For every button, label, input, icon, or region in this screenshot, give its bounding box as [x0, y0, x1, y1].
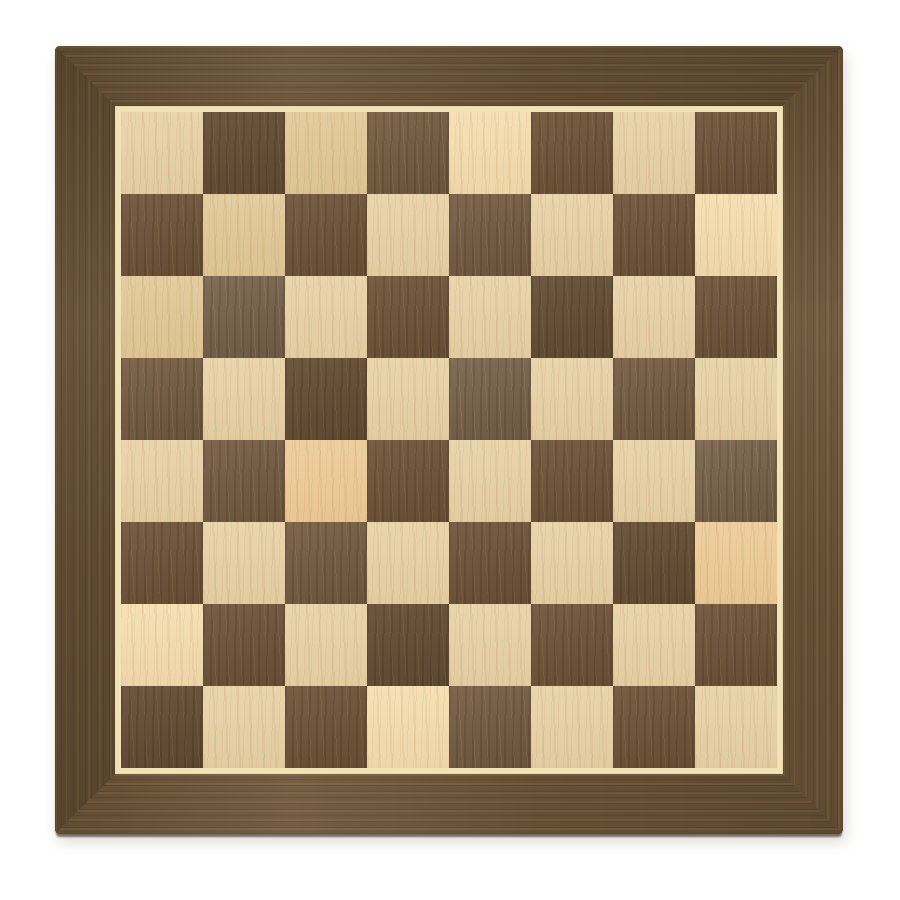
board-grid	[121, 112, 777, 768]
square-g7[interactable]	[613, 194, 695, 276]
square-g2[interactable]	[613, 604, 695, 686]
square-e6[interactable]	[449, 276, 531, 358]
square-d3[interactable]	[367, 522, 449, 604]
square-f7[interactable]	[531, 194, 613, 276]
square-a3[interactable]	[121, 522, 203, 604]
board-frame-top	[55, 46, 843, 106]
square-b2[interactable]	[203, 604, 285, 686]
square-c5[interactable]	[285, 358, 367, 440]
square-d4[interactable]	[367, 440, 449, 522]
board-frame-left	[55, 46, 115, 834]
square-g3[interactable]	[613, 522, 695, 604]
square-a7[interactable]	[121, 194, 203, 276]
square-c8[interactable]	[285, 112, 367, 194]
square-f4[interactable]	[531, 440, 613, 522]
square-a6[interactable]	[121, 276, 203, 358]
square-f1[interactable]	[531, 686, 613, 768]
square-a8[interactable]	[121, 112, 203, 194]
square-e1[interactable]	[449, 686, 531, 768]
square-g1[interactable]	[613, 686, 695, 768]
square-b4[interactable]	[203, 440, 285, 522]
square-h6[interactable]	[695, 276, 777, 358]
square-f5[interactable]	[531, 358, 613, 440]
square-f2[interactable]	[531, 604, 613, 686]
square-h2[interactable]	[695, 604, 777, 686]
square-c4[interactable]	[285, 440, 367, 522]
square-e7[interactable]	[449, 194, 531, 276]
square-g4[interactable]	[613, 440, 695, 522]
square-c3[interactable]	[285, 522, 367, 604]
square-h1[interactable]	[695, 686, 777, 768]
square-d7[interactable]	[367, 194, 449, 276]
square-d8[interactable]	[367, 112, 449, 194]
square-c2[interactable]	[285, 604, 367, 686]
square-f3[interactable]	[531, 522, 613, 604]
square-e8[interactable]	[449, 112, 531, 194]
square-a1[interactable]	[121, 686, 203, 768]
board-inlay-border	[115, 106, 783, 774]
square-e5[interactable]	[449, 358, 531, 440]
photo-background	[0, 0, 900, 900]
square-a5[interactable]	[121, 358, 203, 440]
square-d1[interactable]	[367, 686, 449, 768]
square-d2[interactable]	[367, 604, 449, 686]
square-b7[interactable]	[203, 194, 285, 276]
square-g6[interactable]	[613, 276, 695, 358]
square-c1[interactable]	[285, 686, 367, 768]
board-frame-right	[783, 46, 843, 834]
square-c6[interactable]	[285, 276, 367, 358]
square-b3[interactable]	[203, 522, 285, 604]
square-h7[interactable]	[695, 194, 777, 276]
square-f8[interactable]	[531, 112, 613, 194]
square-b5[interactable]	[203, 358, 285, 440]
square-e4[interactable]	[449, 440, 531, 522]
square-h4[interactable]	[695, 440, 777, 522]
square-f6[interactable]	[531, 276, 613, 358]
square-g8[interactable]	[613, 112, 695, 194]
square-c7[interactable]	[285, 194, 367, 276]
square-e2[interactable]	[449, 604, 531, 686]
square-h5[interactable]	[695, 358, 777, 440]
square-h3[interactable]	[695, 522, 777, 604]
square-b1[interactable]	[203, 686, 285, 768]
square-d5[interactable]	[367, 358, 449, 440]
square-b8[interactable]	[203, 112, 285, 194]
square-a2[interactable]	[121, 604, 203, 686]
chess-board	[55, 46, 843, 834]
board-frame-bottom	[55, 774, 843, 834]
square-b6[interactable]	[203, 276, 285, 358]
square-h8[interactable]	[695, 112, 777, 194]
square-e3[interactable]	[449, 522, 531, 604]
square-g5[interactable]	[613, 358, 695, 440]
square-a4[interactable]	[121, 440, 203, 522]
square-d6[interactable]	[367, 276, 449, 358]
